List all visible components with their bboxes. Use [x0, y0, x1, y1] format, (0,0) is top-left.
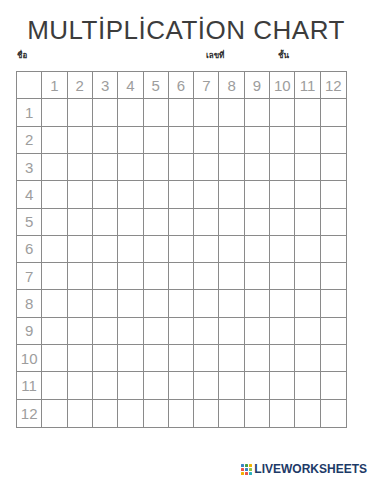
- col-header-4: 4: [118, 72, 143, 99]
- answer-cell-6x11[interactable]: [295, 236, 320, 263]
- liveworksheets-grid-icon: [241, 464, 252, 475]
- answer-cell-10x5[interactable]: [144, 345, 169, 372]
- answer-cell-3x11[interactable]: [295, 154, 320, 181]
- answer-cell-6x10[interactable]: [270, 236, 295, 263]
- answer-cell-2x5[interactable]: [144, 127, 169, 154]
- answer-cell-11x4[interactable]: [118, 372, 143, 399]
- answer-cell-3x6[interactable]: [169, 154, 194, 181]
- answer-cell-11x9[interactable]: [245, 372, 270, 399]
- answer-cell-7x8[interactable]: [219, 263, 244, 290]
- answer-cell-11x2[interactable]: [68, 372, 93, 399]
- answer-cell-8x11[interactable]: [295, 290, 320, 317]
- answer-cell-11x5[interactable]: [144, 372, 169, 399]
- answer-cell-8x6[interactable]: [169, 290, 194, 317]
- answer-cell-7x11[interactable]: [295, 263, 320, 290]
- answer-cell-10x10[interactable]: [270, 345, 295, 372]
- answer-cell-1x10[interactable]: [270, 99, 295, 126]
- answer-cell-4x4[interactable]: [118, 181, 143, 208]
- answer-cell-1x11[interactable]: [295, 99, 320, 126]
- answer-cell-8x2[interactable]: [68, 290, 93, 317]
- answer-cell-11x7[interactable]: [194, 372, 219, 399]
- answer-cell-9x1[interactable]: [42, 318, 67, 345]
- row-header-6: 6: [17, 236, 42, 263]
- liveworksheets-logo: LIVEWORKSHEETS: [241, 463, 367, 475]
- answer-cell-5x5[interactable]: [144, 209, 169, 236]
- answer-cell-9x5[interactable]: [144, 318, 169, 345]
- answer-cell-10x12[interactable]: [321, 345, 346, 372]
- answer-cell-2x11[interactable]: [295, 127, 320, 154]
- row-header-5: 5: [17, 209, 42, 236]
- answer-cell-3x9[interactable]: [245, 154, 270, 181]
- answer-cell-12x10[interactable]: [270, 400, 295, 427]
- col-header-12: 12: [321, 72, 346, 99]
- answer-cell-4x5[interactable]: [144, 181, 169, 208]
- answer-cell-12x9[interactable]: [245, 400, 270, 427]
- answer-cell-7x9[interactable]: [245, 263, 270, 290]
- answer-cell-9x9[interactable]: [245, 318, 270, 345]
- answer-cell-10x3[interactable]: [93, 345, 118, 372]
- answer-cell-8x9[interactable]: [245, 290, 270, 317]
- answer-cell-3x12[interactable]: [321, 154, 346, 181]
- answer-cell-8x3[interactable]: [93, 290, 118, 317]
- answer-cell-12x11[interactable]: [295, 400, 320, 427]
- answer-cell-12x4[interactable]: [118, 400, 143, 427]
- answer-cell-7x7[interactable]: [194, 263, 219, 290]
- answer-cell-3x1[interactable]: [42, 154, 67, 181]
- answer-cell-4x3[interactable]: [93, 181, 118, 208]
- answer-cell-8x12[interactable]: [321, 290, 346, 317]
- col-header-2: 2: [68, 72, 93, 99]
- answer-cell-2x2[interactable]: [68, 127, 93, 154]
- worksheet-page: MULTİPLİCATİON CHART ชื่อ เลขที่ ชั้น 12…: [0, 0, 372, 480]
- answer-cell-12x7[interactable]: [194, 400, 219, 427]
- answer-cell-4x6[interactable]: [169, 181, 194, 208]
- answer-cell-10x9[interactable]: [245, 345, 270, 372]
- answer-cell-6x3[interactable]: [93, 236, 118, 263]
- answer-cell-11x3[interactable]: [93, 372, 118, 399]
- number-field-label: เลขที่: [206, 51, 224, 61]
- answer-cell-5x10[interactable]: [270, 209, 295, 236]
- answer-cell-5x12[interactable]: [321, 209, 346, 236]
- answer-cell-10x11[interactable]: [295, 345, 320, 372]
- row-header-11: 11: [17, 372, 42, 399]
- answer-cell-4x12[interactable]: [321, 181, 346, 208]
- col-header-6: 6: [169, 72, 194, 99]
- multiplication-grid: 123456789101112123456789101112: [16, 71, 347, 428]
- answer-cell-4x7[interactable]: [194, 181, 219, 208]
- answer-cell-9x4[interactable]: [118, 318, 143, 345]
- answer-cell-5x7[interactable]: [194, 209, 219, 236]
- answer-cell-12x5[interactable]: [144, 400, 169, 427]
- answer-cell-4x9[interactable]: [245, 181, 270, 208]
- answer-cell-2x10[interactable]: [270, 127, 295, 154]
- answer-cell-7x10[interactable]: [270, 263, 295, 290]
- answer-cell-2x4[interactable]: [118, 127, 143, 154]
- answer-cell-12x2[interactable]: [68, 400, 93, 427]
- answer-cell-4x1[interactable]: [42, 181, 67, 208]
- answer-cell-9x12[interactable]: [321, 318, 346, 345]
- row-header-8: 8: [17, 290, 42, 317]
- answer-cell-12x8[interactable]: [219, 400, 244, 427]
- answer-cell-12x6[interactable]: [169, 400, 194, 427]
- answer-cell-5x4[interactable]: [118, 209, 143, 236]
- answer-cell-4x8[interactable]: [219, 181, 244, 208]
- answer-cell-2x3[interactable]: [93, 127, 118, 154]
- answer-cell-6x12[interactable]: [321, 236, 346, 263]
- corner-cell: [17, 72, 42, 99]
- col-header-5: 5: [144, 72, 169, 99]
- answer-cell-6x2[interactable]: [68, 236, 93, 263]
- row-header-12: 12: [17, 400, 42, 427]
- liveworksheets-logo-text: LIVEWORKSHEETS: [254, 463, 367, 475]
- answer-cell-10x4[interactable]: [118, 345, 143, 372]
- col-header-9: 9: [245, 72, 270, 99]
- col-header-3: 3: [93, 72, 118, 99]
- answer-cell-11x1[interactable]: [42, 372, 67, 399]
- answer-cell-5x3[interactable]: [93, 209, 118, 236]
- answer-cell-2x12[interactable]: [321, 127, 346, 154]
- row-header-10: 10: [17, 345, 42, 372]
- answer-cell-11x8[interactable]: [219, 372, 244, 399]
- answer-cell-2x7[interactable]: [194, 127, 219, 154]
- row-header-1: 1: [17, 99, 42, 126]
- answer-cell-3x7[interactable]: [194, 154, 219, 181]
- row-header-3: 3: [17, 154, 42, 181]
- answer-cell-7x12[interactable]: [321, 263, 346, 290]
- answer-cell-6x7[interactable]: [194, 236, 219, 263]
- col-header-1: 1: [42, 72, 67, 99]
- col-header-7: 7: [194, 72, 219, 99]
- answer-cell-4x2[interactable]: [68, 181, 93, 208]
- answer-cell-1x8[interactable]: [219, 99, 244, 126]
- answer-cell-10x8[interactable]: [219, 345, 244, 372]
- answer-cell-8x1[interactable]: [42, 290, 67, 317]
- answer-cell-1x1[interactable]: [42, 99, 67, 126]
- answer-cell-7x5[interactable]: [144, 263, 169, 290]
- col-header-8: 8: [219, 72, 244, 99]
- answer-cell-3x10[interactable]: [270, 154, 295, 181]
- answer-cell-9x2[interactable]: [68, 318, 93, 345]
- answer-cell-9x10[interactable]: [270, 318, 295, 345]
- answer-cell-1x9[interactable]: [245, 99, 270, 126]
- class-field-label: ชั้น: [278, 51, 289, 61]
- answer-cell-6x8[interactable]: [219, 236, 244, 263]
- answer-cell-8x5[interactable]: [144, 290, 169, 317]
- answer-cell-2x9[interactable]: [245, 127, 270, 154]
- answer-cell-6x6[interactable]: [169, 236, 194, 263]
- answer-cell-1x6[interactable]: [169, 99, 194, 126]
- col-header-11: 11: [295, 72, 320, 99]
- answer-cell-10x2[interactable]: [68, 345, 93, 372]
- answer-cell-8x4[interactable]: [118, 290, 143, 317]
- answer-cell-8x7[interactable]: [194, 290, 219, 317]
- answer-cell-1x3[interactable]: [93, 99, 118, 126]
- answer-cell-6x5[interactable]: [144, 236, 169, 263]
- answer-cell-11x10[interactable]: [270, 372, 295, 399]
- page-title: MULTİPLİCATİON CHART: [0, 16, 372, 45]
- answer-cell-9x6[interactable]: [169, 318, 194, 345]
- answer-cell-5x9[interactable]: [245, 209, 270, 236]
- answer-cell-3x5[interactable]: [144, 154, 169, 181]
- answer-cell-3x2[interactable]: [68, 154, 93, 181]
- answer-cell-12x12[interactable]: [321, 400, 346, 427]
- answer-cell-5x1[interactable]: [42, 209, 67, 236]
- answer-cell-4x10[interactable]: [270, 181, 295, 208]
- answer-cell-6x4[interactable]: [118, 236, 143, 263]
- answer-cell-3x8[interactable]: [219, 154, 244, 181]
- answer-cell-3x4[interactable]: [118, 154, 143, 181]
- answer-cell-9x7[interactable]: [194, 318, 219, 345]
- answer-cell-7x4[interactable]: [118, 263, 143, 290]
- answer-cell-6x1[interactable]: [42, 236, 67, 263]
- answer-cell-7x2[interactable]: [68, 263, 93, 290]
- answer-cell-1x4[interactable]: [118, 99, 143, 126]
- answer-cell-9x3[interactable]: [93, 318, 118, 345]
- answer-cell-1x5[interactable]: [144, 99, 169, 126]
- answer-cell-10x1[interactable]: [42, 345, 67, 372]
- answer-cell-5x11[interactable]: [295, 209, 320, 236]
- answer-cell-2x1[interactable]: [42, 127, 67, 154]
- answer-cell-10x6[interactable]: [169, 345, 194, 372]
- answer-cell-5x8[interactable]: [219, 209, 244, 236]
- answer-cell-12x1[interactable]: [42, 400, 67, 427]
- answer-cell-5x6[interactable]: [169, 209, 194, 236]
- answer-cell-12x3[interactable]: [93, 400, 118, 427]
- row-header-4: 4: [17, 181, 42, 208]
- answer-cell-9x8[interactable]: [219, 318, 244, 345]
- answer-cell-11x11[interactable]: [295, 372, 320, 399]
- answer-cell-11x12[interactable]: [321, 372, 346, 399]
- answer-cell-8x10[interactable]: [270, 290, 295, 317]
- answer-cell-3x3[interactable]: [93, 154, 118, 181]
- answer-cell-1x2[interactable]: [68, 99, 93, 126]
- answer-cell-1x7[interactable]: [194, 99, 219, 126]
- answer-cell-7x1[interactable]: [42, 263, 67, 290]
- row-header-9: 9: [17, 318, 42, 345]
- answer-cell-8x8[interactable]: [219, 290, 244, 317]
- answer-cell-6x9[interactable]: [245, 236, 270, 263]
- answer-cell-2x6[interactable]: [169, 127, 194, 154]
- answer-cell-10x7[interactable]: [194, 345, 219, 372]
- answer-cell-9x11[interactable]: [295, 318, 320, 345]
- answer-cell-2x8[interactable]: [219, 127, 244, 154]
- answer-cell-11x6[interactable]: [169, 372, 194, 399]
- answer-cell-4x11[interactable]: [295, 181, 320, 208]
- answer-cell-1x12[interactable]: [321, 99, 346, 126]
- name-field-label: ชื่อ: [17, 51, 27, 61]
- col-header-10: 10: [270, 72, 295, 99]
- row-header-7: 7: [17, 263, 42, 290]
- row-header-2: 2: [17, 127, 42, 154]
- answer-cell-5x2[interactable]: [68, 209, 93, 236]
- answer-cell-7x3[interactable]: [93, 263, 118, 290]
- answer-cell-7x6[interactable]: [169, 263, 194, 290]
